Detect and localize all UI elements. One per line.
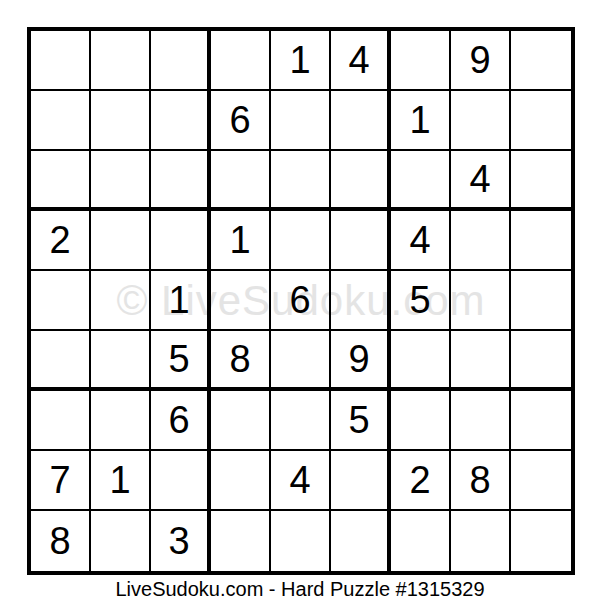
empty-cell-r9c2[interactable]	[91, 511, 151, 571]
empty-cell-r7c4[interactable]	[211, 391, 271, 451]
given-cell-r4c1[interactable]: 2	[31, 211, 91, 271]
empty-cell-r7c7[interactable]	[391, 391, 451, 451]
given-cell-r6c4[interactable]: 8	[211, 331, 271, 391]
empty-cell-r9c9[interactable]	[511, 511, 571, 571]
empty-cell-r2c9[interactable]	[511, 91, 571, 151]
empty-cell-r8c4[interactable]	[211, 451, 271, 511]
empty-cell-r1c4[interactable]	[211, 31, 271, 91]
empty-cell-r1c3[interactable]	[151, 31, 211, 91]
empty-cell-r9c4[interactable]	[211, 511, 271, 571]
empty-cell-r4c2[interactable]	[91, 211, 151, 271]
given-cell-r7c3[interactable]: 6	[151, 391, 211, 451]
given-cell-r3c8[interactable]: 4	[451, 151, 511, 211]
given-cell-r8c5[interactable]: 4	[271, 451, 331, 511]
empty-cell-r3c2[interactable]	[91, 151, 151, 211]
empty-cell-r3c9[interactable]	[511, 151, 571, 211]
sudoku-page: © LiveSudoku.com 14961421416558965714288…	[0, 0, 600, 615]
empty-cell-r4c6[interactable]	[331, 211, 391, 271]
given-cell-r1c8[interactable]: 9	[451, 31, 511, 91]
empty-cell-r5c4[interactable]	[211, 271, 271, 331]
empty-cell-r3c6[interactable]	[331, 151, 391, 211]
empty-cell-r5c8[interactable]	[451, 271, 511, 331]
empty-cell-r2c2[interactable]	[91, 91, 151, 151]
given-cell-r1c6[interactable]: 4	[331, 31, 391, 91]
given-cell-r6c6[interactable]: 9	[331, 331, 391, 391]
empty-cell-r8c9[interactable]	[511, 451, 571, 511]
empty-cell-r2c6[interactable]	[331, 91, 391, 151]
given-cell-r2c4[interactable]: 6	[211, 91, 271, 151]
empty-cell-r1c7[interactable]	[391, 31, 451, 91]
empty-cell-r9c5[interactable]	[271, 511, 331, 571]
sudoku-grid: 149614214165589657142883	[31, 31, 571, 571]
empty-cell-r9c6[interactable]	[331, 511, 391, 571]
empty-cell-r3c7[interactable]	[391, 151, 451, 211]
empty-cell-r1c2[interactable]	[91, 31, 151, 91]
empty-cell-r6c2[interactable]	[91, 331, 151, 391]
given-cell-r8c8[interactable]: 8	[451, 451, 511, 511]
empty-cell-r3c4[interactable]	[211, 151, 271, 211]
given-cell-r4c7[interactable]: 4	[391, 211, 451, 271]
empty-cell-r7c2[interactable]	[91, 391, 151, 451]
empty-cell-r5c6[interactable]	[331, 271, 391, 331]
given-cell-r6c3[interactable]: 5	[151, 331, 211, 391]
empty-cell-r4c5[interactable]	[271, 211, 331, 271]
given-cell-r8c1[interactable]: 7	[31, 451, 91, 511]
empty-cell-r9c8[interactable]	[451, 511, 511, 571]
empty-cell-r6c9[interactable]	[511, 331, 571, 391]
empty-cell-r2c5[interactable]	[271, 91, 331, 151]
given-cell-r8c2[interactable]: 1	[91, 451, 151, 511]
empty-cell-r7c5[interactable]	[271, 391, 331, 451]
empty-cell-r2c1[interactable]	[31, 91, 91, 151]
given-cell-r1c5[interactable]: 1	[271, 31, 331, 91]
empty-cell-r2c8[interactable]	[451, 91, 511, 151]
empty-cell-r6c5[interactable]	[271, 331, 331, 391]
empty-cell-r3c5[interactable]	[271, 151, 331, 211]
given-cell-r9c1[interactable]: 8	[31, 511, 91, 571]
empty-cell-r4c8[interactable]	[451, 211, 511, 271]
empty-cell-r3c1[interactable]	[31, 151, 91, 211]
puzzle-caption: LiveSudoku.com - Hard Puzzle #1315329	[0, 578, 600, 601]
empty-cell-r8c6[interactable]	[331, 451, 391, 511]
empty-cell-r9c7[interactable]	[391, 511, 451, 571]
given-cell-r9c3[interactable]: 3	[151, 511, 211, 571]
empty-cell-r3c3[interactable]	[151, 151, 211, 211]
empty-cell-r7c9[interactable]	[511, 391, 571, 451]
given-cell-r5c5[interactable]: 6	[271, 271, 331, 331]
given-cell-r8c7[interactable]: 2	[391, 451, 451, 511]
sudoku-board: © LiveSudoku.com 14961421416558965714288…	[27, 27, 575, 575]
empty-cell-r5c9[interactable]	[511, 271, 571, 331]
empty-cell-r2c3[interactable]	[151, 91, 211, 151]
empty-cell-r6c8[interactable]	[451, 331, 511, 391]
given-cell-r2c7[interactable]: 1	[391, 91, 451, 151]
empty-cell-r7c1[interactable]	[31, 391, 91, 451]
given-cell-r7c6[interactable]: 5	[331, 391, 391, 451]
empty-cell-r4c3[interactable]	[151, 211, 211, 271]
empty-cell-r6c7[interactable]	[391, 331, 451, 391]
empty-cell-r1c1[interactable]	[31, 31, 91, 91]
empty-cell-r4c9[interactable]	[511, 211, 571, 271]
empty-cell-r5c2[interactable]	[91, 271, 151, 331]
empty-cell-r8c3[interactable]	[151, 451, 211, 511]
empty-cell-r5c1[interactable]	[31, 271, 91, 331]
empty-cell-r7c8[interactable]	[451, 391, 511, 451]
given-cell-r5c7[interactable]: 5	[391, 271, 451, 331]
given-cell-r5c3[interactable]: 1	[151, 271, 211, 331]
empty-cell-r6c1[interactable]	[31, 331, 91, 391]
given-cell-r4c4[interactable]: 1	[211, 211, 271, 271]
empty-cell-r1c9[interactable]	[511, 31, 571, 91]
